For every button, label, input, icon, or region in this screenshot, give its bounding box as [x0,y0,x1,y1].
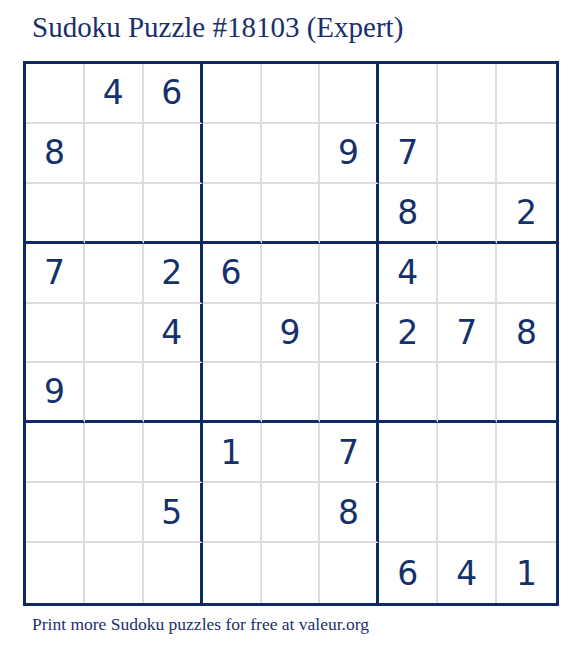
cell-r9c3[interactable] [144,543,203,603]
cell-r3c1[interactable] [26,184,85,244]
cell-r1c8[interactable] [438,64,497,124]
cell-r1c1[interactable] [26,64,85,124]
cell-r2c1: 8 [26,124,85,184]
cell-r4c5[interactable] [262,244,321,304]
cell-r2c4[interactable] [203,124,262,184]
cell-r5c7: 2 [379,304,438,364]
cell-r2c2[interactable] [85,124,144,184]
cell-r1c5[interactable] [262,64,321,124]
cell-r9c9: 1 [497,543,556,603]
cell-r9c7: 6 [379,543,438,603]
cell-r2c5[interactable] [262,124,321,184]
cell-r4c6[interactable] [320,244,379,304]
cell-r6c5[interactable] [262,363,321,423]
cell-r3c8[interactable] [438,184,497,244]
cell-r6c4[interactable] [203,363,262,423]
cell-r9c4[interactable] [203,543,262,603]
cell-r7c8[interactable] [438,423,497,483]
cell-r4c8[interactable] [438,244,497,304]
cell-r1c6[interactable] [320,64,379,124]
cell-r5c5: 9 [262,304,321,364]
cell-r3c5[interactable] [262,184,321,244]
cell-r1c9[interactable] [497,64,556,124]
cell-r3c9: 2 [497,184,556,244]
cell-r2c6: 9 [320,124,379,184]
cell-r9c5[interactable] [262,543,321,603]
cell-r1c4[interactable] [203,64,262,124]
cell-r9c8: 4 [438,543,497,603]
cell-r6c6[interactable] [320,363,379,423]
cell-r4c1: 7 [26,244,85,304]
cell-r1c7[interactable] [379,64,438,124]
cell-r5c1[interactable] [26,304,85,364]
cell-r3c7: 8 [379,184,438,244]
cell-r7c5[interactable] [262,423,321,483]
sudoku-page: Sudoku Puzzle #18103 (Expert) 4689782726… [0,0,580,651]
cell-r1c2: 4 [85,64,144,124]
cell-r8c7[interactable] [379,483,438,543]
cell-r2c7: 7 [379,124,438,184]
cell-r8c4[interactable] [203,483,262,543]
cell-r7c1[interactable] [26,423,85,483]
cell-r5c6[interactable] [320,304,379,364]
cell-r8c2[interactable] [85,483,144,543]
cell-r3c3[interactable] [144,184,203,244]
cell-r7c7[interactable] [379,423,438,483]
cell-r4c7: 4 [379,244,438,304]
cell-r6c1: 9 [26,363,85,423]
cell-r4c4: 6 [203,244,262,304]
cell-r6c9[interactable] [497,363,556,423]
cell-r8c1[interactable] [26,483,85,543]
cell-r7c3[interactable] [144,423,203,483]
cell-r8c8[interactable] [438,483,497,543]
cell-r6c8[interactable] [438,363,497,423]
cell-r5c9: 8 [497,304,556,364]
cell-r9c6[interactable] [320,543,379,603]
cell-r3c4[interactable] [203,184,262,244]
cell-r6c3[interactable] [144,363,203,423]
cell-r4c9[interactable] [497,244,556,304]
cell-r1c3: 6 [144,64,203,124]
cell-r9c2[interactable] [85,543,144,603]
cell-r8c5[interactable] [262,483,321,543]
cell-r3c6[interactable] [320,184,379,244]
cell-r2c8[interactable] [438,124,497,184]
cell-r2c9[interactable] [497,124,556,184]
cell-r2c3[interactable] [144,124,203,184]
cell-r3c2[interactable] [85,184,144,244]
sudoku-board: 468978272644927891758641 [23,61,559,606]
cell-r4c2[interactable] [85,244,144,304]
cell-r8c6: 8 [320,483,379,543]
cell-r7c6: 7 [320,423,379,483]
puzzle-title: Sudoku Puzzle #18103 (Expert) [32,11,403,44]
footer-note: Print more Sudoku puzzles for free at va… [32,614,369,635]
cell-r5c3: 4 [144,304,203,364]
cell-r8c9[interactable] [497,483,556,543]
cell-r7c4: 1 [203,423,262,483]
cell-r6c2[interactable] [85,363,144,423]
cell-r9c1[interactable] [26,543,85,603]
cell-r7c2[interactable] [85,423,144,483]
cell-r6c7[interactable] [379,363,438,423]
cell-r5c2[interactable] [85,304,144,364]
cell-r5c4[interactable] [203,304,262,364]
cell-r7c9[interactable] [497,423,556,483]
cell-r8c3: 5 [144,483,203,543]
cell-r5c8: 7 [438,304,497,364]
cell-r4c3: 2 [144,244,203,304]
